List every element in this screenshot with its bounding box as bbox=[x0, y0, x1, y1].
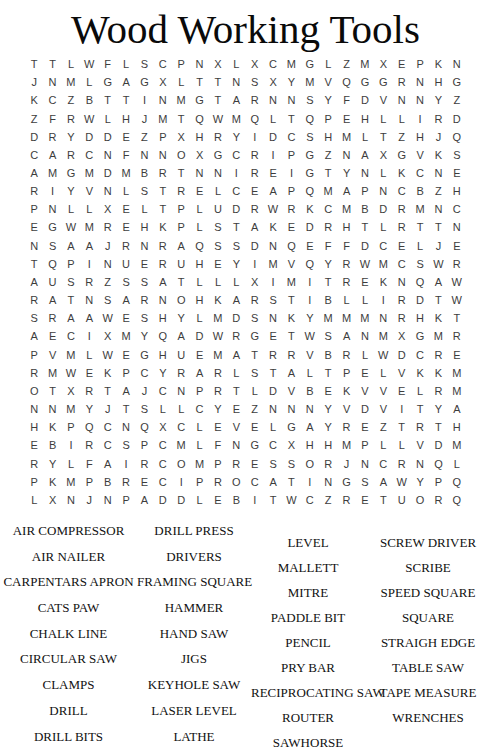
grid-cell-r11c24: E bbox=[448, 237, 466, 255]
grid-cell-r9c15: R bbox=[282, 200, 300, 218]
grid-cell-r21c17: Y bbox=[319, 418, 337, 436]
grid-cell-r15c19: M bbox=[356, 309, 374, 327]
grid-cell-r16c9: A bbox=[172, 327, 190, 345]
grid-cell-r18c15: A bbox=[282, 364, 300, 382]
grid-cell-r25c3: N bbox=[62, 491, 80, 509]
grid-cell-r6c1: C bbox=[25, 146, 43, 164]
grid-cell-r25c17: Z bbox=[319, 491, 337, 509]
grid-cell-r2c10: T bbox=[190, 73, 208, 91]
grid-cell-r21c18: R bbox=[337, 418, 355, 436]
grid-cell-r10c9: P bbox=[172, 218, 190, 236]
grid-cell-r21c4: Q bbox=[80, 418, 98, 436]
grid-cell-r9c24: C bbox=[448, 200, 466, 218]
grid-cell-r16c20: M bbox=[374, 327, 392, 345]
grid-cell-r11c12: S bbox=[227, 237, 245, 255]
grid-cell-r18c19: E bbox=[356, 364, 374, 382]
word-item: SCREW DRIVER bbox=[365, 530, 491, 555]
grid-cell-r3c24: Z bbox=[448, 91, 466, 109]
grid-cell-r23c11: P bbox=[209, 454, 227, 472]
grid-cell-r23c2: Y bbox=[43, 454, 61, 472]
grid-cell-r16c5: X bbox=[99, 327, 117, 345]
grid-cell-r21c24: H bbox=[448, 418, 466, 436]
grid-cell-r24c5: B bbox=[99, 473, 117, 491]
grid-cell-r23c7: R bbox=[135, 454, 153, 472]
grid-cell-r16c22: G bbox=[411, 327, 429, 345]
grid-cell-r12c19: W bbox=[356, 255, 374, 273]
grid-cell-r9c11: U bbox=[209, 200, 227, 218]
grid-cell-r19c15: V bbox=[282, 382, 300, 400]
grid-cell-r12c24: R bbox=[448, 255, 466, 273]
grid-cell-r16c4: I bbox=[80, 327, 98, 345]
grid-cell-r7c20: L bbox=[374, 164, 392, 182]
grid-cell-r22c14: C bbox=[264, 436, 282, 454]
grid-cell-r17c21: D bbox=[393, 346, 411, 364]
grid-cell-r24c6: R bbox=[117, 473, 135, 491]
grid-cell-r12c12: Y bbox=[227, 255, 245, 273]
grid-cell-r20c1: N bbox=[25, 400, 43, 418]
grid-cell-r16c2: E bbox=[43, 327, 61, 345]
grid-cell-r4c23: R bbox=[429, 109, 447, 127]
grid-cell-r7c18: Y bbox=[337, 164, 355, 182]
grid-cell-r2c3: M bbox=[62, 73, 80, 91]
grid-cell-r12c15: V bbox=[282, 255, 300, 273]
grid-cell-r15c16: Y bbox=[301, 309, 319, 327]
grid-cell-r2c9: L bbox=[172, 73, 190, 91]
grid-cell-r23c16: O bbox=[301, 454, 319, 472]
grid-cell-r5c23: J bbox=[429, 128, 447, 146]
word-list-column-2: DRILL PRESSDRIVERSFRAMING SQUAREHAMMERHA… bbox=[137, 518, 251, 749]
page-title: Wood Working Tools bbox=[0, 0, 491, 52]
grid-cell-r6c4: C bbox=[80, 146, 98, 164]
grid-cell-r6c24: S bbox=[448, 146, 466, 164]
grid-cell-r10c11: S bbox=[209, 218, 227, 236]
grid-cell-r5c24: Q bbox=[448, 128, 466, 146]
grid-cell-r10c18: H bbox=[337, 218, 355, 236]
grid-cell-r22c4: R bbox=[80, 436, 98, 454]
grid-cell-r18c8: Y bbox=[154, 364, 172, 382]
grid-cell-r24c15: T bbox=[282, 473, 300, 491]
grid-cell-r2c21: R bbox=[393, 73, 411, 91]
grid-cell-r8c6: L bbox=[117, 182, 135, 200]
grid-cell-r22c19: P bbox=[356, 436, 374, 454]
grid-cell-r5c22: H bbox=[411, 128, 429, 146]
grid-cell-r8c24: H bbox=[448, 182, 466, 200]
word-item: FRAMING SQUARE bbox=[137, 569, 251, 595]
grid-cell-r24c17: N bbox=[319, 473, 337, 491]
grid-cell-r11c19: D bbox=[356, 237, 374, 255]
grid-cell-r13c18: R bbox=[337, 273, 355, 291]
grid-cell-r3c13: R bbox=[246, 91, 264, 109]
grid-cell-r18c6: P bbox=[117, 364, 135, 382]
grid-cell-r18c1: R bbox=[25, 364, 43, 382]
grid-cell-r9c2: N bbox=[43, 200, 61, 218]
grid-cell-r12c1: T bbox=[25, 255, 43, 273]
grid-cell-r4c22: I bbox=[411, 109, 429, 127]
grid-cell-r12c7: E bbox=[135, 255, 153, 273]
grid-cell-r2c2: N bbox=[43, 73, 61, 91]
grid-cell-r22c5: C bbox=[99, 436, 117, 454]
grid-cell-r9c14: W bbox=[264, 200, 282, 218]
grid-cell-r3c10: G bbox=[190, 91, 208, 109]
grid-cell-r17c11: M bbox=[209, 346, 227, 364]
grid-cell-r20c13: Z bbox=[246, 400, 264, 418]
grid-cell-r9c4: L bbox=[80, 200, 98, 218]
grid-cell-r20c19: D bbox=[356, 400, 374, 418]
grid-cell-r21c14: L bbox=[264, 418, 282, 436]
grid-cell-r22c9: M bbox=[172, 436, 190, 454]
grid-cell-r25c22: O bbox=[411, 491, 429, 509]
word-item: RECIPROCATING SAW bbox=[251, 680, 365, 705]
grid-cell-r11c16: E bbox=[301, 237, 319, 255]
grid-cell-r23c4: F bbox=[80, 454, 98, 472]
grid-cell-r24c2: K bbox=[43, 473, 61, 491]
grid-cell-r1c13: X bbox=[246, 55, 264, 73]
grid-cell-r6c7: N bbox=[135, 146, 153, 164]
grid-cell-r19c10: P bbox=[190, 382, 208, 400]
grid-cell-r22c3: I bbox=[62, 436, 80, 454]
grid-cell-r1c24: N bbox=[448, 55, 466, 73]
grid-cell-r8c10: E bbox=[190, 182, 208, 200]
grid-cell-r10c7: H bbox=[135, 218, 153, 236]
grid-cell-r11c2: S bbox=[43, 237, 61, 255]
grid-cell-r17c8: H bbox=[154, 346, 172, 364]
grid-cell-r13c4: R bbox=[80, 273, 98, 291]
grid-cell-r11c20: C bbox=[374, 237, 392, 255]
grid-cell-r7c17: T bbox=[319, 164, 337, 182]
grid-cell-r15c14: N bbox=[264, 309, 282, 327]
grid-cell-r24c1: P bbox=[25, 473, 43, 491]
grid-cell-r22c24: M bbox=[448, 436, 466, 454]
grid-cell-r23c24: L bbox=[448, 454, 466, 472]
grid-cell-r22c11: F bbox=[209, 436, 227, 454]
grid-cell-r14c2: A bbox=[43, 291, 61, 309]
grid-cell-r15c23: K bbox=[429, 309, 447, 327]
grid-cell-r4c16: Q bbox=[301, 109, 319, 127]
grid-cell-r15c5: W bbox=[99, 309, 117, 327]
grid-cell-r21c6: N bbox=[117, 418, 135, 436]
grid-cell-r18c13: S bbox=[246, 364, 264, 382]
grid-cell-r8c5: N bbox=[99, 182, 117, 200]
grid-cell-r7c8: R bbox=[154, 164, 172, 182]
grid-cell-r19c19: V bbox=[356, 382, 374, 400]
grid-cell-r15c1: S bbox=[25, 309, 43, 327]
grid-cell-r14c13: R bbox=[246, 291, 264, 309]
grid-cell-r2c17: V bbox=[319, 73, 337, 91]
grid-cell-r3c18: F bbox=[337, 91, 355, 109]
grid-cell-r18c10: A bbox=[190, 364, 208, 382]
grid-cell-r1c7: S bbox=[135, 55, 153, 73]
grid-cell-r23c10: M bbox=[190, 454, 208, 472]
grid-cell-r1c9: P bbox=[172, 55, 190, 73]
grid-cell-r5c4: D bbox=[80, 128, 98, 146]
grid-cell-r14c16: I bbox=[301, 291, 319, 309]
grid-cell-r25c20: T bbox=[374, 491, 392, 509]
grid-cell-r10c16: D bbox=[301, 218, 319, 236]
grid-cell-r15c10: L bbox=[190, 309, 208, 327]
grid-cell-r6c19: A bbox=[356, 146, 374, 164]
grid-cell-r5c6: E bbox=[117, 128, 135, 146]
grid-cell-r11c7: N bbox=[135, 237, 153, 255]
grid-cell-r16c15: T bbox=[282, 327, 300, 345]
grid-cell-r14c19: L bbox=[356, 291, 374, 309]
grid-cell-r9c22: M bbox=[411, 200, 429, 218]
grid-cell-r22c22: V bbox=[411, 436, 429, 454]
grid-cell-r22c7: P bbox=[135, 436, 153, 454]
word-list-column-3: LEVELMALLETTMITREPADDLE BITPENCILPRY BAR… bbox=[251, 518, 365, 749]
grid-cell-r12c14: M bbox=[264, 255, 282, 273]
grid-cell-r24c12: O bbox=[227, 473, 245, 491]
grid-cell-r17c4: L bbox=[80, 346, 98, 364]
grid-cell-r10c2: G bbox=[43, 218, 61, 236]
grid-cell-r23c20: C bbox=[374, 454, 392, 472]
grid-cell-r12c8: R bbox=[154, 255, 172, 273]
grid-cell-r13c7: S bbox=[135, 273, 153, 291]
grid-cell-r17c1: P bbox=[25, 346, 43, 364]
grid-cell-r5c16: S bbox=[301, 128, 319, 146]
grid-cell-r7c24: E bbox=[448, 164, 466, 182]
grid-cell-r12c6: U bbox=[117, 255, 135, 273]
grid-cell-r13c6: S bbox=[117, 273, 135, 291]
grid-cell-r2c24: G bbox=[448, 73, 466, 91]
grid-cell-r1c8: C bbox=[154, 55, 172, 73]
grid-cell-r11c17: F bbox=[319, 237, 337, 255]
grid-cell-r18c21: V bbox=[393, 364, 411, 382]
word-item: CHALK LINE bbox=[0, 621, 137, 647]
grid-cell-r8c20: N bbox=[374, 182, 392, 200]
grid-cell-r8c11: L bbox=[209, 182, 227, 200]
grid-cell-r10c23: T bbox=[429, 218, 447, 236]
grid-cell-r6c2: A bbox=[43, 146, 61, 164]
grid-cell-r7c16: G bbox=[301, 164, 319, 182]
grid-cell-r9c7: L bbox=[135, 200, 153, 218]
grid-cell-r2c14: X bbox=[264, 73, 282, 91]
grid-cell-r3c4: B bbox=[80, 91, 98, 109]
grid-cell-r2c4: L bbox=[80, 73, 98, 91]
grid-cell-r2c20: G bbox=[374, 73, 392, 91]
grid-cell-r6c10: X bbox=[190, 146, 208, 164]
grid-cell-r2c8: X bbox=[154, 73, 172, 91]
grid-cell-r6c13: R bbox=[246, 146, 264, 164]
grid-cell-r14c14: S bbox=[264, 291, 282, 309]
grid-cell-r17c16: V bbox=[301, 346, 319, 364]
grid-cell-r19c1: O bbox=[25, 382, 43, 400]
grid-cell-r7c7: B bbox=[135, 164, 153, 182]
grid-cell-r20c18: V bbox=[337, 400, 355, 418]
grid-cell-r24c9: I bbox=[172, 473, 190, 491]
grid-cell-r25c24: Q bbox=[448, 491, 466, 509]
grid-cell-r15c3: A bbox=[62, 309, 80, 327]
grid-cell-r12c10: H bbox=[190, 255, 208, 273]
grid-cell-r22c8: C bbox=[154, 436, 172, 454]
grid-cell-r5c15: C bbox=[282, 128, 300, 146]
grid-cell-r21c5: C bbox=[99, 418, 117, 436]
grid-cell-r9c18: M bbox=[337, 200, 355, 218]
grid-cell-r25c15: W bbox=[282, 491, 300, 509]
grid-cell-r19c24: M bbox=[448, 382, 466, 400]
grid-cell-r14c20: I bbox=[374, 291, 392, 309]
grid-cell-r20c6: T bbox=[117, 400, 135, 418]
grid-cell-r8c9: R bbox=[172, 182, 190, 200]
grid-cell-r22c12: N bbox=[227, 436, 245, 454]
grid-cell-r13c12: L bbox=[227, 273, 245, 291]
grid-cell-r16c16: W bbox=[301, 327, 319, 345]
grid-cell-r6c22: V bbox=[411, 146, 429, 164]
grid-cell-r8c18: A bbox=[337, 182, 355, 200]
grid-cell-r3c20: V bbox=[374, 91, 392, 109]
grid-cell-r4c24: D bbox=[448, 109, 466, 127]
grid-cell-r5c18: M bbox=[337, 128, 355, 146]
grid-cell-r2c11: T bbox=[209, 73, 227, 91]
grid-cell-r18c18: P bbox=[337, 364, 355, 382]
grid-cell-r24c4: P bbox=[80, 473, 98, 491]
letter-grid: TTLWFLSCPNXLXCMGLZMXEPKNJNMLGAGXLTTNSXYM… bbox=[25, 55, 466, 509]
grid-cell-r22c2: B bbox=[43, 436, 61, 454]
word-item: HAMMER bbox=[137, 595, 251, 621]
grid-cell-r3c19: D bbox=[356, 91, 374, 109]
grid-cell-r20c3: M bbox=[62, 400, 80, 418]
grid-cell-r6c14: I bbox=[264, 146, 282, 164]
grid-cell-r7c22: C bbox=[411, 164, 429, 182]
grid-cell-r21c23: T bbox=[429, 418, 447, 436]
grid-cell-r19c23: R bbox=[429, 382, 447, 400]
word-item: WRENCHES bbox=[365, 705, 491, 730]
grid-cell-r17c20: W bbox=[374, 346, 392, 364]
grid-cell-r5c14: D bbox=[264, 128, 282, 146]
grid-cell-r21c10: L bbox=[190, 418, 208, 436]
grid-cell-r6c23: K bbox=[429, 146, 447, 164]
grid-cell-r14c4: N bbox=[80, 291, 98, 309]
grid-cell-r18c2: M bbox=[43, 364, 61, 382]
grid-cell-r1c16: G bbox=[301, 55, 319, 73]
grid-cell-r15c15: K bbox=[282, 309, 300, 327]
grid-cell-r12c9: U bbox=[172, 255, 190, 273]
grid-cell-r5c8: P bbox=[154, 128, 172, 146]
grid-cell-r13c14: I bbox=[264, 273, 282, 291]
grid-cell-r9c23: N bbox=[429, 200, 447, 218]
grid-cell-r17c3: M bbox=[62, 346, 80, 364]
word-item: KEYHOLE SAW bbox=[137, 672, 251, 698]
grid-cell-r25c4: J bbox=[80, 491, 98, 509]
grid-cell-r6c5: N bbox=[99, 146, 117, 164]
grid-cell-r8c2: I bbox=[43, 182, 61, 200]
grid-cell-r15c2: R bbox=[43, 309, 61, 327]
grid-cell-r24c23: P bbox=[429, 473, 447, 491]
grid-cell-r7c14: E bbox=[264, 164, 282, 182]
grid-cell-r21c21: T bbox=[393, 418, 411, 436]
grid-cell-r11c10: Q bbox=[190, 237, 208, 255]
grid-cell-r21c22: R bbox=[411, 418, 429, 436]
word-item: PRY BAR bbox=[251, 655, 365, 680]
grid-cell-r9c12: D bbox=[227, 200, 245, 218]
grid-cell-r9c19: B bbox=[356, 200, 374, 218]
grid-cell-r25c18: R bbox=[337, 491, 355, 509]
grid-cell-r20c7: S bbox=[135, 400, 153, 418]
grid-cell-r21c15: G bbox=[282, 418, 300, 436]
grid-cell-r15c12: D bbox=[227, 309, 245, 327]
grid-cell-r1c11: X bbox=[209, 55, 227, 73]
grid-cell-r4c10: Q bbox=[190, 109, 208, 127]
grid-cell-r2c19: G bbox=[356, 73, 374, 91]
grid-cell-r23c15: S bbox=[282, 454, 300, 472]
grid-cell-r17c17: B bbox=[319, 346, 337, 364]
grid-cell-r3c17: Y bbox=[319, 91, 337, 109]
word-item: STRAIGH EDGE bbox=[365, 630, 491, 655]
grid-cell-r7c10: N bbox=[190, 164, 208, 182]
grid-cell-r21c8: X bbox=[154, 418, 172, 436]
grid-cell-r1c23: K bbox=[429, 55, 447, 73]
grid-cell-r11c22: L bbox=[411, 237, 429, 255]
grid-cell-r10c22: T bbox=[411, 218, 429, 236]
word-item: PENCIL bbox=[251, 630, 365, 655]
grid-cell-r6c20: X bbox=[374, 146, 392, 164]
grid-cell-r21c16: A bbox=[301, 418, 319, 436]
grid-cell-r22c18: M bbox=[337, 436, 355, 454]
grid-cell-r24c21: W bbox=[393, 473, 411, 491]
grid-cell-r24c20: A bbox=[374, 473, 392, 491]
grid-cell-r14c6: A bbox=[117, 291, 135, 309]
grid-cell-r10c6: E bbox=[117, 218, 135, 236]
grid-cell-r19c7: J bbox=[135, 382, 153, 400]
grid-cell-r17c6: E bbox=[117, 346, 135, 364]
grid-cell-r17c24: E bbox=[448, 346, 466, 364]
grid-cell-r20c5: J bbox=[99, 400, 117, 418]
grid-cell-r15c7: S bbox=[135, 309, 153, 327]
grid-cell-r5c11: R bbox=[209, 128, 227, 146]
grid-cell-r4c7: J bbox=[135, 109, 153, 127]
grid-cell-r16c18: A bbox=[337, 327, 355, 345]
grid-cell-r21c9: C bbox=[172, 418, 190, 436]
grid-cell-r12c20: M bbox=[374, 255, 392, 273]
grid-cell-r9c1: P bbox=[25, 200, 43, 218]
grid-cell-r15c9: Y bbox=[172, 309, 190, 327]
grid-cell-r25c6: P bbox=[117, 491, 135, 509]
grid-cell-r25c2: X bbox=[43, 491, 61, 509]
grid-cell-r8c13: E bbox=[246, 182, 264, 200]
word-item: JIGS bbox=[137, 646, 251, 672]
grid-cell-r18c7: C bbox=[135, 364, 153, 382]
grid-cell-r23c22: N bbox=[411, 454, 429, 472]
grid-cell-r12c17: Y bbox=[319, 255, 337, 273]
grid-cell-r18c11: R bbox=[209, 364, 227, 382]
grid-cell-r22c10: L bbox=[190, 436, 208, 454]
grid-cell-r19c16: B bbox=[301, 382, 319, 400]
grid-cell-r18c14: T bbox=[264, 364, 282, 382]
grid-cell-r6c18: N bbox=[337, 146, 355, 164]
grid-cell-r24c8: C bbox=[154, 473, 172, 491]
grid-cell-r11c8: R bbox=[154, 237, 172, 255]
grid-cell-r15c13: S bbox=[246, 309, 264, 327]
grid-cell-r13c9: T bbox=[172, 273, 190, 291]
grid-cell-r19c18: K bbox=[337, 382, 355, 400]
grid-cell-r24c16: I bbox=[301, 473, 319, 491]
grid-cell-r7c5: D bbox=[99, 164, 117, 182]
grid-cell-r17c23: R bbox=[429, 346, 447, 364]
grid-cell-r4c8: M bbox=[154, 109, 172, 127]
grid-cell-r9c20: D bbox=[374, 200, 392, 218]
grid-cell-r25c7: A bbox=[135, 491, 153, 509]
grid-cell-r8c15: P bbox=[282, 182, 300, 200]
word-item: LATHE bbox=[137, 724, 251, 749]
grid-cell-r14c9: O bbox=[172, 291, 190, 309]
grid-cell-r19c5: T bbox=[99, 382, 117, 400]
grid-cell-r19c14: D bbox=[264, 382, 282, 400]
grid-cell-r11c21: E bbox=[393, 237, 411, 255]
grid-cell-r11c9: A bbox=[172, 237, 190, 255]
grid-cell-r10c17: R bbox=[319, 218, 337, 236]
grid-cell-r10c8: K bbox=[154, 218, 172, 236]
grid-cell-r12c2: Q bbox=[43, 255, 61, 273]
grid-cell-r24c19: S bbox=[356, 473, 374, 491]
